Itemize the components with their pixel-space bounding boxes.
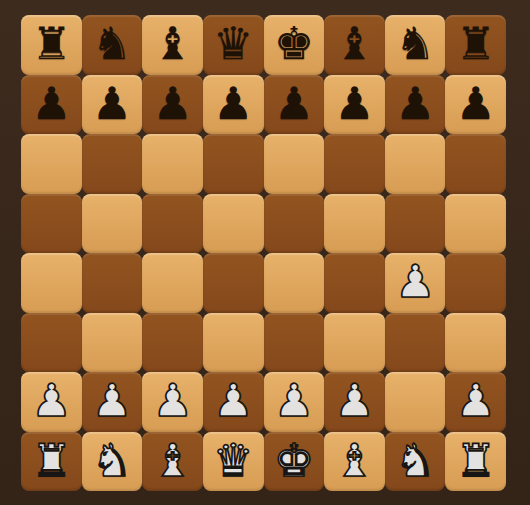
piece-white-rook[interactable]: ♜ — [31, 438, 71, 483]
square-a5[interactable] — [21, 194, 82, 254]
piece-white-knight[interactable]: ♞ — [395, 438, 435, 483]
square-b5[interactable] — [82, 194, 143, 254]
square-a1[interactable]: ♜ — [21, 432, 82, 492]
chess-board: ♜♞♝♛♚♝♞♜♟♟♟♟♟♟♟♟♟♟♟♟♟♟♟♟♜♞♝♛♚♝♞♜ — [21, 15, 506, 491]
piece-white-pawn[interactable]: ♟ — [152, 378, 192, 423]
square-f5[interactable] — [324, 194, 385, 254]
square-c7[interactable]: ♟ — [142, 75, 203, 135]
square-b8[interactable]: ♞ — [82, 15, 143, 75]
square-h2[interactable]: ♟ — [445, 372, 506, 432]
square-g7[interactable]: ♟ — [385, 75, 446, 135]
square-g4[interactable]: ♟ — [385, 253, 446, 313]
square-c8[interactable]: ♝ — [142, 15, 203, 75]
square-a2[interactable]: ♟ — [21, 372, 82, 432]
square-b2[interactable]: ♟ — [82, 372, 143, 432]
square-b3[interactable] — [82, 313, 143, 373]
piece-white-queen[interactable]: ♛ — [213, 438, 253, 483]
square-e8[interactable]: ♚ — [264, 15, 325, 75]
square-d6[interactable] — [203, 134, 264, 194]
piece-black-pawn[interactable]: ♟ — [274, 81, 314, 126]
square-e5[interactable] — [264, 194, 325, 254]
square-b7[interactable]: ♟ — [82, 75, 143, 135]
square-d1[interactable]: ♛ — [203, 432, 264, 492]
piece-black-queen[interactable]: ♛ — [213, 21, 253, 66]
piece-black-rook[interactable]: ♜ — [456, 21, 496, 66]
square-c6[interactable] — [142, 134, 203, 194]
piece-black-pawn[interactable]: ♟ — [31, 81, 71, 126]
piece-white-knight[interactable]: ♞ — [92, 438, 132, 483]
square-b4[interactable] — [82, 253, 143, 313]
piece-white-pawn[interactable]: ♟ — [334, 378, 374, 423]
square-e4[interactable] — [264, 253, 325, 313]
square-h7[interactable]: ♟ — [445, 75, 506, 135]
piece-black-bishop[interactable]: ♝ — [334, 21, 374, 66]
piece-white-pawn[interactable]: ♟ — [213, 378, 253, 423]
square-a4[interactable] — [21, 253, 82, 313]
square-b1[interactable]: ♞ — [82, 432, 143, 492]
piece-black-king[interactable]: ♚ — [274, 21, 314, 66]
piece-black-bishop[interactable]: ♝ — [152, 21, 192, 66]
piece-black-pawn[interactable]: ♟ — [456, 81, 496, 126]
piece-white-bishop[interactable]: ♝ — [152, 438, 192, 483]
square-h3[interactable] — [445, 313, 506, 373]
square-a6[interactable] — [21, 134, 82, 194]
square-f8[interactable]: ♝ — [324, 15, 385, 75]
piece-black-knight[interactable]: ♞ — [395, 21, 435, 66]
piece-black-pawn[interactable]: ♟ — [92, 81, 132, 126]
square-h1[interactable]: ♜ — [445, 432, 506, 492]
piece-white-pawn[interactable]: ♟ — [92, 378, 132, 423]
piece-white-pawn[interactable]: ♟ — [456, 378, 496, 423]
square-e2[interactable]: ♟ — [264, 372, 325, 432]
square-b6[interactable] — [82, 134, 143, 194]
piece-white-king[interactable]: ♚ — [274, 438, 314, 483]
square-h8[interactable]: ♜ — [445, 15, 506, 75]
square-h6[interactable] — [445, 134, 506, 194]
square-d8[interactable]: ♛ — [203, 15, 264, 75]
piece-white-rook[interactable]: ♜ — [456, 438, 496, 483]
square-e3[interactable] — [264, 313, 325, 373]
square-f3[interactable] — [324, 313, 385, 373]
square-g5[interactable] — [385, 194, 446, 254]
piece-white-pawn[interactable]: ♟ — [31, 378, 71, 423]
square-f4[interactable] — [324, 253, 385, 313]
square-d3[interactable] — [203, 313, 264, 373]
square-d4[interactable] — [203, 253, 264, 313]
piece-black-pawn[interactable]: ♟ — [152, 81, 192, 126]
piece-black-pawn[interactable]: ♟ — [213, 81, 253, 126]
square-f6[interactable] — [324, 134, 385, 194]
square-c2[interactable]: ♟ — [142, 372, 203, 432]
square-a7[interactable]: ♟ — [21, 75, 82, 135]
piece-black-pawn[interactable]: ♟ — [395, 81, 435, 126]
square-a3[interactable] — [21, 313, 82, 373]
piece-black-knight[interactable]: ♞ — [92, 21, 132, 66]
square-f1[interactable]: ♝ — [324, 432, 385, 492]
square-g2[interactable] — [385, 372, 446, 432]
piece-black-rook[interactable]: ♜ — [31, 21, 71, 66]
piece-white-pawn[interactable]: ♟ — [395, 259, 435, 304]
square-h4[interactable] — [445, 253, 506, 313]
square-c4[interactable] — [142, 253, 203, 313]
square-a8[interactable]: ♜ — [21, 15, 82, 75]
square-d5[interactable] — [203, 194, 264, 254]
piece-black-pawn[interactable]: ♟ — [334, 81, 374, 126]
square-c1[interactable]: ♝ — [142, 432, 203, 492]
piece-white-pawn[interactable]: ♟ — [274, 378, 314, 423]
square-c5[interactable] — [142, 194, 203, 254]
square-g8[interactable]: ♞ — [385, 15, 446, 75]
square-h5[interactable] — [445, 194, 506, 254]
square-g3[interactable] — [385, 313, 446, 373]
square-g1[interactable]: ♞ — [385, 432, 446, 492]
square-d7[interactable]: ♟ — [203, 75, 264, 135]
square-c3[interactable] — [142, 313, 203, 373]
square-g6[interactable] — [385, 134, 446, 194]
square-e7[interactable]: ♟ — [264, 75, 325, 135]
square-f2[interactable]: ♟ — [324, 372, 385, 432]
square-e6[interactable] — [264, 134, 325, 194]
square-d2[interactable]: ♟ — [203, 372, 264, 432]
square-f7[interactable]: ♟ — [324, 75, 385, 135]
piece-white-bishop[interactable]: ♝ — [334, 438, 374, 483]
square-e1[interactable]: ♚ — [264, 432, 325, 492]
